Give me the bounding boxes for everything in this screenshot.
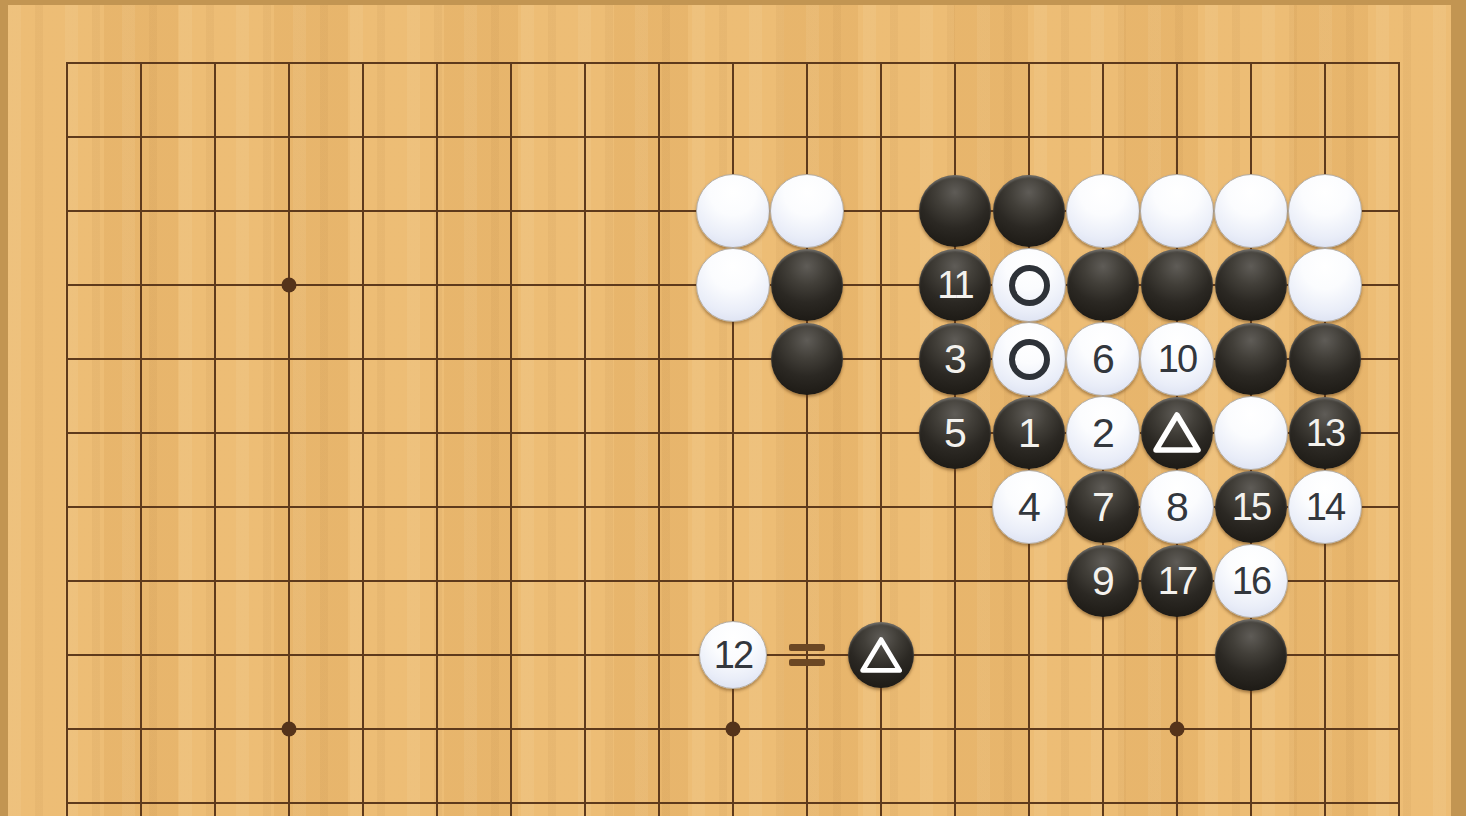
grid-line-vertical [140,62,142,816]
go-stone-black[interactable]: 1 [993,397,1065,469]
move-number: 11 [937,266,972,304]
move-number: 14 [1306,488,1344,526]
star-point [726,722,741,737]
go-stone-white[interactable] [1140,174,1214,248]
go-stone-black[interactable] [771,323,843,395]
go-stone-white-circle-marked[interactable] [992,322,1066,396]
grid-line-vertical [66,62,68,816]
go-stone-white[interactable]: 4 [992,470,1066,544]
go-stone-black[interactable] [771,249,843,321]
go-stone-black[interactable]: 5 [919,397,991,469]
move-number: 12 [714,636,752,674]
go-stone-white-circle-marked[interactable] [992,248,1066,322]
move-number: 13 [1306,414,1344,452]
move-number: 5 [944,413,966,454]
go-stone-black[interactable]: 7 [1067,471,1139,543]
go-stone-black-triangle-marked[interactable] [1141,397,1213,469]
grid-line-vertical [288,62,290,816]
grid-line-vertical [510,62,512,816]
go-stone-black[interactable]: 11 [919,249,991,321]
go-stone-black[interactable]: 3 [919,323,991,395]
star-point [282,722,297,737]
grid-line-horizontal [66,802,1400,804]
go-stone-white[interactable] [1288,174,1362,248]
move-number: 1 [1018,413,1040,454]
go-stone-black[interactable] [993,175,1065,247]
circle-marker-icon [1009,339,1050,380]
go-stone-white: 12 [699,621,767,689]
go-stone-white[interactable]: 8 [1140,470,1214,544]
move-number: 15 [1232,488,1270,526]
go-stone-white[interactable] [696,174,770,248]
grid-line-horizontal [66,136,1400,138]
triangle-marker-icon [1153,412,1201,454]
go-stone-white[interactable]: 14 [1288,470,1362,544]
go-stone-white[interactable] [770,174,844,248]
go-stone-black[interactable] [1215,249,1287,321]
equals-bar [789,659,825,666]
move-number: 10 [1158,340,1196,378]
move-number: 16 [1232,562,1270,600]
move-number: 9 [1092,561,1114,602]
move-number: 8 [1166,487,1188,528]
go-stone-black-triangle-marked [848,622,914,688]
grid-line-vertical [1398,62,1400,816]
go-stone-black[interactable]: 17 [1141,545,1213,617]
go-stone-black[interactable] [1289,323,1361,395]
go-stone-white[interactable] [1214,174,1288,248]
go-stone-black[interactable] [1067,249,1139,321]
grid-line-vertical [880,62,882,816]
grid-line-vertical [214,62,216,816]
go-stone-white[interactable] [1066,174,1140,248]
go-stone-white[interactable]: 16 [1214,544,1288,618]
go-stone-white[interactable]: 2 [1066,396,1140,470]
go-board: 113610512 13478151491716 12 [0,0,1466,816]
move-number: 2 [1092,413,1114,454]
circle-marker-icon [1009,265,1050,306]
grid-line-vertical [436,62,438,816]
go-stone-white[interactable] [1288,248,1362,322]
grid-line-horizontal [66,62,1400,64]
go-stone-white[interactable] [1214,396,1288,470]
triangle-marker-icon [860,637,902,674]
go-stone-black[interactable] [919,175,991,247]
go-stone-black[interactable]: 13 [1289,397,1361,469]
go-stone-black[interactable]: 9 [1067,545,1139,617]
move-number: 7 [1092,487,1114,528]
move-number: 4 [1018,487,1040,528]
grid-line-vertical [584,62,586,816]
go-stone-black[interactable] [1141,249,1213,321]
star-point [282,278,297,293]
move-number: 17 [1158,562,1196,600]
equals-bar [789,644,825,651]
grid-line-vertical [658,62,660,816]
go-stone-black[interactable]: 15 [1215,471,1287,543]
go-stone-white[interactable]: 6 [1066,322,1140,396]
move-number: 6 [1092,339,1114,380]
move-number: 3 [944,339,966,380]
go-stone-black[interactable] [1215,619,1287,691]
go-stone-black[interactable] [1215,323,1287,395]
grid-line-vertical [362,62,364,816]
go-stone-white[interactable] [696,248,770,322]
equals-sign [789,644,825,666]
go-stone-white[interactable]: 10 [1140,322,1214,396]
star-point [1170,722,1185,737]
